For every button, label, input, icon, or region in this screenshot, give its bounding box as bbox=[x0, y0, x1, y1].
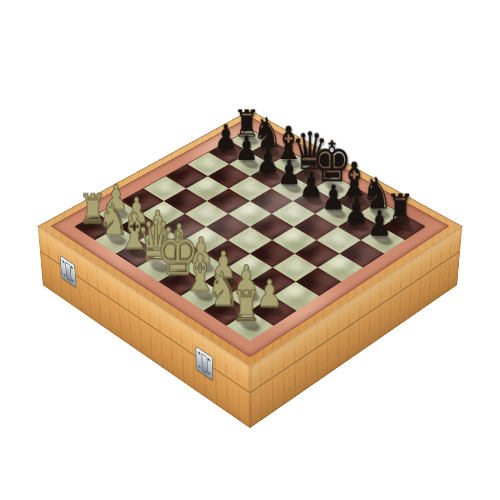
chess-set-scene: ♜♞♝♛♚♝♞♜♟♟♟♟♟♟♟♟♟♟♟♟♟♟♟♟♜♞♝♛♚♝♞♜ bbox=[0, 0, 500, 500]
front-right-latch-icon bbox=[195, 346, 213, 381]
front-left-latch-icon bbox=[60, 255, 77, 288]
product-photo: ♜♞♝♛♚♝♞♜♟♟♟♟♟♟♟♟♟♟♟♟♟♟♟♟♜♞♝♛♚♝♞♜ bbox=[0, 0, 500, 500]
rook-glyph: ♜ bbox=[224, 284, 269, 327]
pawn-glyph: ♟ bbox=[358, 206, 400, 241]
